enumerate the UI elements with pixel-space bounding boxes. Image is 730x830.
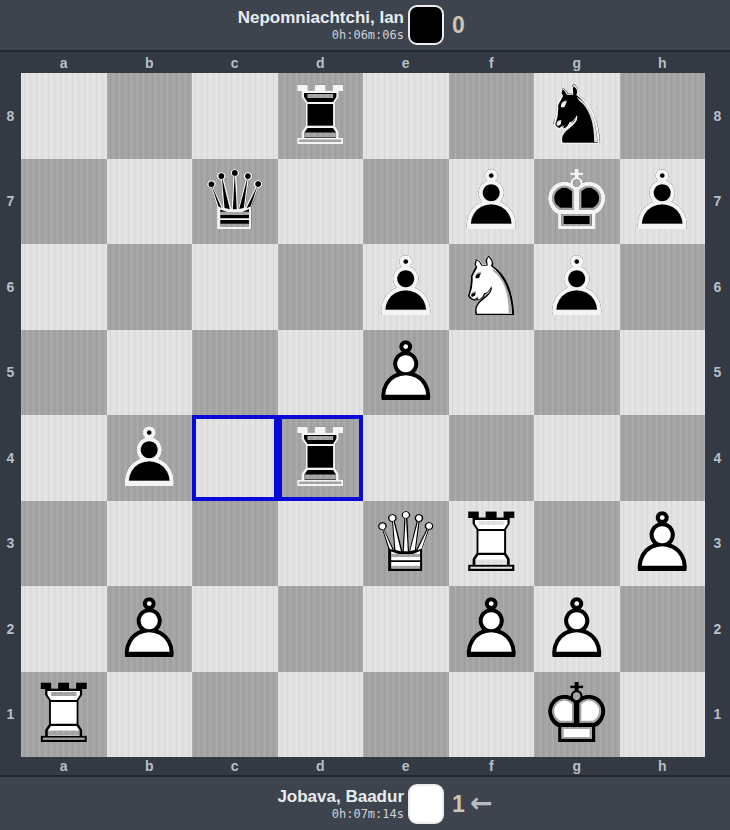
piece-glyph-outline: ♕ xyxy=(363,501,449,587)
corner xyxy=(705,52,730,73)
piece-glyph-outline: ♖ xyxy=(21,672,107,758)
square-c1[interactable] xyxy=(192,672,278,758)
rank-label-right-6: 6 xyxy=(705,244,730,330)
black-color-swatch-icon xyxy=(408,5,444,45)
piece-glyph-outline: ♔ xyxy=(534,672,620,758)
rank-label-left-5: 5 xyxy=(0,330,21,416)
square-e1[interactable] xyxy=(363,672,449,758)
file-label-bottom-b: b xyxy=(107,757,193,775)
square-h7[interactable]: ♟♙ xyxy=(620,159,706,245)
bottom-player-clock: 0h:07m:14s xyxy=(277,806,404,821)
file-label-bottom-f: f xyxy=(449,757,535,775)
bottom-player-bar: Jobava, Baadur 0h:07m:14s 1 ← xyxy=(0,775,730,830)
square-h3[interactable]: ♟♙ xyxy=(620,501,706,587)
square-g8[interactable]: ♞♘ xyxy=(534,73,620,159)
file-label-bottom-c: c xyxy=(192,757,278,775)
piece-glyph-outline: ♙ xyxy=(620,159,706,245)
file-label-top-c: c xyxy=(192,52,278,73)
file-label-top-e: e xyxy=(363,52,449,73)
piece-black-pawn[interactable]: ♟♙ xyxy=(363,244,449,330)
rank-label-right-3: 3 xyxy=(705,501,730,587)
square-d2[interactable] xyxy=(278,586,364,672)
square-f3[interactable]: ♜♖ xyxy=(449,501,535,587)
file-label-bottom-d: d xyxy=(278,757,364,775)
rank-label-right-2: 2 xyxy=(705,586,730,672)
square-a4[interactable] xyxy=(21,415,107,501)
square-d4[interactable]: ♜♖ xyxy=(278,415,364,501)
top-player-bar: Nepomniachtchi, Ian 0h:06m:06s 0 xyxy=(0,0,730,52)
square-f6[interactable]: ♞♘ xyxy=(449,244,535,330)
file-label-bottom-e: e xyxy=(363,757,449,775)
square-b2[interactable]: ♟♙ xyxy=(107,586,193,672)
piece-black-pawn[interactable]: ♟♙ xyxy=(107,415,193,501)
rank-label-left-8: 8 xyxy=(0,73,21,159)
square-a6[interactable] xyxy=(21,244,107,330)
square-d5[interactable] xyxy=(278,330,364,416)
piece-glyph-outline: ♙ xyxy=(449,586,535,672)
square-d3[interactable] xyxy=(278,501,364,587)
square-b4[interactable]: ♟♙ xyxy=(107,415,193,501)
square-a3[interactable] xyxy=(21,501,107,587)
file-label-top-h: h xyxy=(620,52,706,73)
square-f2[interactable]: ♟♙ xyxy=(449,586,535,672)
piece-glyph-outline: ♙ xyxy=(107,415,193,501)
square-h2[interactable] xyxy=(620,586,706,672)
to-move-arrow-icon: ← xyxy=(470,787,493,818)
board: abcdefgh8♜♖♞♘87♛♕♟♙♚♔♟♙76♟♙♞♘♟♙65♟♙54♟♙♜… xyxy=(0,52,730,775)
piece-glyph-outline: ♙ xyxy=(620,501,706,587)
piece-white-king[interactable]: ♚♔ xyxy=(534,672,620,758)
piece-black-pawn[interactable]: ♟♙ xyxy=(534,244,620,330)
bottom-player-name: Jobava, Baadur xyxy=(277,786,404,806)
square-b6[interactable] xyxy=(107,244,193,330)
square-c4[interactable] xyxy=(192,415,278,501)
square-b5[interactable] xyxy=(107,330,193,416)
square-c5[interactable] xyxy=(192,330,278,416)
piece-glyph-outline: ♙ xyxy=(107,586,193,672)
white-color-swatch-icon xyxy=(408,784,444,824)
square-b7[interactable] xyxy=(107,159,193,245)
rank-label-right-7: 7 xyxy=(705,159,730,245)
square-a2[interactable] xyxy=(21,586,107,672)
square-f1[interactable] xyxy=(449,672,535,758)
rank-label-right-4: 4 xyxy=(705,415,730,501)
square-d8[interactable]: ♜♖ xyxy=(278,73,364,159)
piece-glyph-outline: ♖ xyxy=(278,415,364,501)
top-player-name: Nepomniachtchi, Ian xyxy=(238,8,404,28)
top-player-info: Nepomniachtchi, Ian 0h:06m:06s xyxy=(238,8,404,43)
piece-glyph-outline: ♙ xyxy=(449,159,535,245)
top-player-score: 0 xyxy=(452,12,465,39)
file-label-bottom-h: h xyxy=(620,757,706,775)
file-label-top-a: a xyxy=(21,52,107,73)
rank-label-right-8: 8 xyxy=(705,73,730,159)
piece-black-rook[interactable]: ♜♖ xyxy=(278,415,364,501)
piece-glyph-outline: ♙ xyxy=(534,244,620,330)
square-f5[interactable] xyxy=(449,330,535,416)
square-f7[interactable]: ♟♙ xyxy=(449,159,535,245)
square-g2[interactable]: ♟♙ xyxy=(534,586,620,672)
square-d1[interactable] xyxy=(278,672,364,758)
square-g3[interactable] xyxy=(534,501,620,587)
square-e4[interactable] xyxy=(363,415,449,501)
square-g1[interactable]: ♚♔ xyxy=(534,672,620,758)
square-b8[interactable] xyxy=(107,73,193,159)
square-a1[interactable]: ♜♖ xyxy=(21,672,107,758)
square-g5[interactable] xyxy=(534,330,620,416)
square-e3[interactable]: ♛♕ xyxy=(363,501,449,587)
piece-black-rook[interactable]: ♜♖ xyxy=(278,73,364,159)
square-e7[interactable] xyxy=(363,159,449,245)
square-f4[interactable] xyxy=(449,415,535,501)
piece-white-pawn[interactable]: ♟♙ xyxy=(107,586,193,672)
piece-glyph-outline: ♙ xyxy=(534,586,620,672)
square-a8[interactable] xyxy=(21,73,107,159)
rank-label-right-5: 5 xyxy=(705,330,730,416)
rank-label-left-4: 4 xyxy=(0,415,21,501)
piece-glyph-outline: ♕ xyxy=(192,159,278,245)
piece-glyph-outline: ♙ xyxy=(363,244,449,330)
rank-label-left-2: 2 xyxy=(0,586,21,672)
top-player-clock: 0h:06m:06s xyxy=(238,28,404,43)
square-g4[interactable] xyxy=(534,415,620,501)
piece-white-pawn[interactable]: ♟♙ xyxy=(534,586,620,672)
corner xyxy=(0,757,21,775)
square-c6[interactable] xyxy=(192,244,278,330)
piece-black-pawn[interactable]: ♟♙ xyxy=(620,159,706,245)
square-c3[interactable] xyxy=(192,501,278,587)
rank-label-left-1: 1 xyxy=(0,672,21,758)
square-d7[interactable] xyxy=(278,159,364,245)
square-h4[interactable] xyxy=(620,415,706,501)
rank-label-left-6: 6 xyxy=(0,244,21,330)
piece-glyph-outline: ♙ xyxy=(363,330,449,416)
piece-black-knight[interactable]: ♞♘ xyxy=(534,73,620,159)
corner xyxy=(0,52,21,73)
piece-white-pawn[interactable]: ♟♙ xyxy=(363,330,449,416)
square-a7[interactable] xyxy=(21,159,107,245)
file-label-top-f: f xyxy=(449,52,535,73)
piece-black-king[interactable]: ♚♔ xyxy=(534,159,620,245)
square-e5[interactable]: ♟♙ xyxy=(363,330,449,416)
square-a5[interactable] xyxy=(21,330,107,416)
square-h1[interactable] xyxy=(620,672,706,758)
piece-white-rook[interactable]: ♜♖ xyxy=(449,501,535,587)
corner xyxy=(705,757,730,775)
piece-white-knight[interactable]: ♞♘ xyxy=(449,244,535,330)
piece-glyph-outline: ♔ xyxy=(534,159,620,245)
square-d6[interactable] xyxy=(278,244,364,330)
square-e2[interactable] xyxy=(363,586,449,672)
square-g6[interactable]: ♟♙ xyxy=(534,244,620,330)
square-h8[interactable] xyxy=(620,73,706,159)
square-b3[interactable] xyxy=(107,501,193,587)
square-e8[interactable] xyxy=(363,73,449,159)
square-b1[interactable] xyxy=(107,672,193,758)
piece-glyph-outline: ♖ xyxy=(449,501,535,587)
file-label-top-b: b xyxy=(107,52,193,73)
square-h5[interactable] xyxy=(620,330,706,416)
square-g7[interactable]: ♚♔ xyxy=(534,159,620,245)
piece-glyph-outline: ♘ xyxy=(534,73,620,159)
square-c7[interactable]: ♛♕ xyxy=(192,159,278,245)
square-c2[interactable] xyxy=(192,586,278,672)
rank-label-left-3: 3 xyxy=(0,501,21,587)
square-c8[interactable] xyxy=(192,73,278,159)
rank-label-right-1: 1 xyxy=(705,672,730,758)
rank-label-left-7: 7 xyxy=(0,159,21,245)
piece-white-rook[interactable]: ♜♖ xyxy=(21,672,107,758)
bottom-player-score: 1 xyxy=(452,790,465,817)
piece-black-queen[interactable]: ♛♕ xyxy=(192,159,278,245)
piece-glyph-outline: ♘ xyxy=(449,244,535,330)
piece-white-pawn[interactable]: ♟♙ xyxy=(620,501,706,587)
square-h6[interactable] xyxy=(620,244,706,330)
piece-white-queen[interactable]: ♛♕ xyxy=(363,501,449,587)
bottom-player-info: Jobava, Baadur 0h:07m:14s xyxy=(277,786,404,821)
board-frame: abcdefgh8♜♖♞♘87♛♕♟♙♚♔♟♙76♟♙♞♘♟♙65♟♙54♟♙♜… xyxy=(0,52,730,775)
square-e6[interactable]: ♟♙ xyxy=(363,244,449,330)
square-f8[interactable] xyxy=(449,73,535,159)
piece-white-pawn[interactable]: ♟♙ xyxy=(449,586,535,672)
piece-black-pawn[interactable]: ♟♙ xyxy=(449,159,535,245)
piece-glyph-outline: ♖ xyxy=(278,73,364,159)
